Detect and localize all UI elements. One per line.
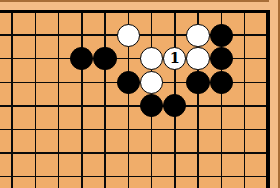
- black-stone: [210, 24, 233, 47]
- board-top-edge-line: [0, 10, 270, 14]
- go-board-diagram: 1: [0, 0, 280, 188]
- black-stone: [70, 47, 93, 70]
- vertical-grid-line: [35, 10, 37, 188]
- white-stone: [186, 47, 209, 70]
- move-number-label: 1: [170, 51, 180, 66]
- horizontal-grid-line: [0, 176, 270, 178]
- board-right-edge-line: [266, 10, 270, 188]
- white-stone: [186, 24, 209, 47]
- board-top-margin: [0, 0, 280, 10]
- vertical-grid-line: [244, 10, 246, 188]
- white-stone-move-1: 1: [163, 47, 186, 70]
- vertical-grid-line: [81, 10, 83, 188]
- horizontal-grid-line: [0, 152, 270, 154]
- black-stone: [210, 47, 233, 70]
- vertical-grid-line: [11, 10, 13, 188]
- black-stone: [210, 71, 233, 94]
- board-right-margin: [269, 0, 280, 188]
- black-stone: [186, 71, 209, 94]
- white-stone: [117, 24, 140, 47]
- black-stone: [93, 47, 116, 70]
- black-stone: [140, 94, 163, 117]
- white-stone: [140, 47, 163, 70]
- white-stone: [140, 71, 163, 94]
- black-stone: [163, 94, 186, 117]
- horizontal-grid-line: [0, 129, 270, 131]
- vertical-grid-line: [58, 10, 60, 188]
- vertical-grid-line: [104, 10, 106, 188]
- black-stone: [117, 71, 140, 94]
- horizontal-grid-line: [0, 105, 270, 107]
